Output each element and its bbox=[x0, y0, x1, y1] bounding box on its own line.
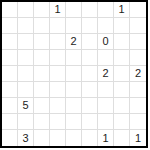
cell-r4c6[interactable] bbox=[82, 50, 98, 66]
cell-r5c3[interactable] bbox=[34, 66, 50, 82]
cell-r3c4[interactable] bbox=[50, 34, 66, 50]
cell-r1c3[interactable] bbox=[34, 2, 50, 18]
cell-r9c7-clue: 1 bbox=[98, 130, 114, 146]
cell-r2c7[interactable] bbox=[98, 18, 114, 34]
cell-r6c7[interactable] bbox=[98, 82, 114, 98]
cell-r4c1[interactable] bbox=[2, 50, 18, 66]
cell-r6c2[interactable] bbox=[18, 82, 34, 98]
cell-r3c5-clue: 2 bbox=[66, 34, 82, 50]
cell-r1c5[interactable] bbox=[66, 2, 82, 18]
cell-r6c3[interactable] bbox=[34, 82, 50, 98]
cell-r7c4[interactable] bbox=[50, 98, 66, 114]
cell-r4c7[interactable] bbox=[98, 50, 114, 66]
cell-r2c8[interactable] bbox=[114, 18, 130, 34]
cell-r1c9[interactable] bbox=[130, 2, 146, 18]
cell-r4c4[interactable] bbox=[50, 50, 66, 66]
cell-r8c6[interactable] bbox=[82, 114, 98, 130]
cell-r2c1[interactable] bbox=[2, 18, 18, 34]
cell-r2c5[interactable] bbox=[66, 18, 82, 34]
cell-r6c9[interactable] bbox=[130, 82, 146, 98]
cell-r9c4[interactable] bbox=[50, 130, 66, 146]
cell-r5c9-clue: 2 bbox=[130, 66, 146, 82]
cell-r8c9[interactable] bbox=[130, 114, 146, 130]
cell-r3c1[interactable] bbox=[2, 34, 18, 50]
cell-r5c1[interactable] bbox=[2, 66, 18, 82]
cell-r5c6[interactable] bbox=[82, 66, 98, 82]
cell-r2c3[interactable] bbox=[34, 18, 50, 34]
cell-r8c2[interactable] bbox=[18, 114, 34, 130]
cell-r5c7-clue: 2 bbox=[98, 66, 114, 82]
cell-r1c8-clue: 1 bbox=[114, 2, 130, 18]
cell-r4c2[interactable] bbox=[18, 50, 34, 66]
cell-r4c8[interactable] bbox=[114, 50, 130, 66]
cell-r8c5[interactable] bbox=[66, 114, 82, 130]
cell-r5c8[interactable] bbox=[114, 66, 130, 82]
cell-r1c7[interactable] bbox=[98, 2, 114, 18]
cell-r8c8[interactable] bbox=[114, 114, 130, 130]
cell-r9c1[interactable] bbox=[2, 130, 18, 146]
cell-r3c2[interactable] bbox=[18, 34, 34, 50]
cell-r3c3[interactable] bbox=[34, 34, 50, 50]
cell-r1c4-clue: 1 bbox=[50, 2, 66, 18]
cell-r6c1[interactable] bbox=[2, 82, 18, 98]
cell-r6c4[interactable] bbox=[50, 82, 66, 98]
cell-r8c4[interactable] bbox=[50, 114, 66, 130]
cell-r9c5[interactable] bbox=[66, 130, 82, 146]
cell-r2c6[interactable] bbox=[82, 18, 98, 34]
cell-r8c3[interactable] bbox=[34, 114, 50, 130]
cell-r2c2[interactable] bbox=[18, 18, 34, 34]
cell-r7c9[interactable] bbox=[130, 98, 146, 114]
cell-r9c2-clue: 3 bbox=[18, 130, 34, 146]
cell-r4c9[interactable] bbox=[130, 50, 146, 66]
cell-r1c2[interactable] bbox=[18, 2, 34, 18]
cell-r7c7[interactable] bbox=[98, 98, 114, 114]
cell-r7c5[interactable] bbox=[66, 98, 82, 114]
cell-r9c8[interactable] bbox=[114, 130, 130, 146]
cell-r3c6[interactable] bbox=[82, 34, 98, 50]
cell-r8c1[interactable] bbox=[2, 114, 18, 130]
cell-r2c4[interactable] bbox=[50, 18, 66, 34]
cell-r4c5[interactable] bbox=[66, 50, 82, 66]
cell-r9c6[interactable] bbox=[82, 130, 98, 146]
cell-r7c1[interactable] bbox=[2, 98, 18, 114]
cell-r3c7-clue: 0 bbox=[98, 34, 114, 50]
cell-r7c8[interactable] bbox=[114, 98, 130, 114]
puzzle-board: 1120225311 bbox=[0, 0, 148, 148]
cell-r4c3[interactable] bbox=[34, 50, 50, 66]
cell-r1c1[interactable] bbox=[2, 2, 18, 18]
cell-r6c6[interactable] bbox=[82, 82, 98, 98]
cell-r9c9-clue: 1 bbox=[130, 130, 146, 146]
cell-r8c7[interactable] bbox=[98, 114, 114, 130]
cell-r7c3[interactable] bbox=[34, 98, 50, 114]
cell-r6c5[interactable] bbox=[66, 82, 82, 98]
cell-r7c6[interactable] bbox=[82, 98, 98, 114]
cell-r9c3[interactable] bbox=[34, 130, 50, 146]
cell-r2c9[interactable] bbox=[130, 18, 146, 34]
cell-r5c5[interactable] bbox=[66, 66, 82, 82]
cell-r5c4[interactable] bbox=[50, 66, 66, 82]
cell-r3c8[interactable] bbox=[114, 34, 130, 50]
cell-r7c2-clue: 5 bbox=[18, 98, 34, 114]
cell-r1c6[interactable] bbox=[82, 2, 98, 18]
cell-r5c2[interactable] bbox=[18, 66, 34, 82]
cell-r3c9[interactable] bbox=[130, 34, 146, 50]
cell-r6c8[interactable] bbox=[114, 82, 130, 98]
